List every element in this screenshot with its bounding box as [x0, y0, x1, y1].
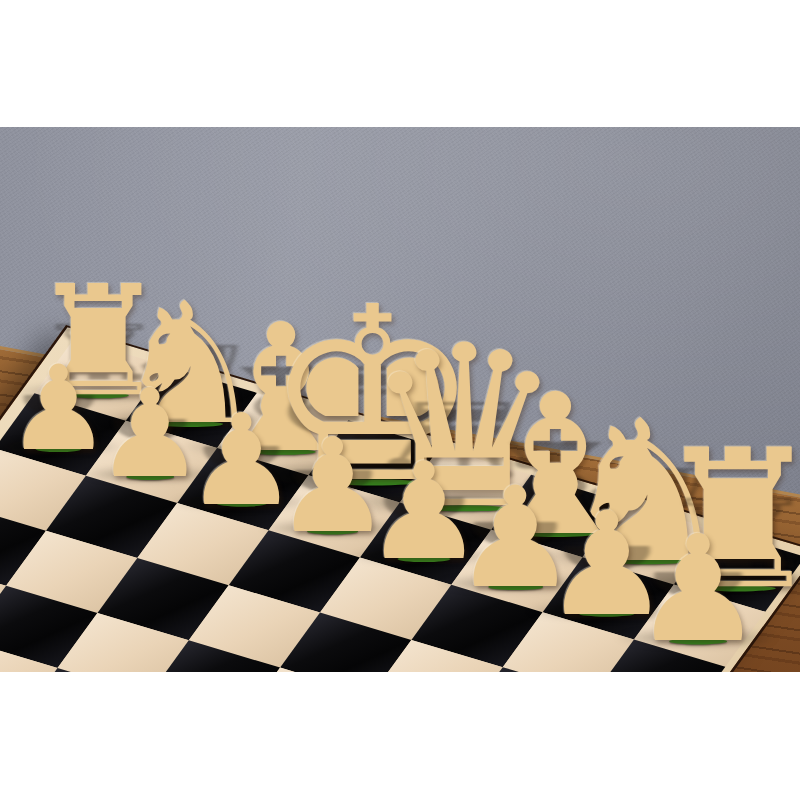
- bottom-white-margin: [0, 672, 800, 800]
- page: { "game": "chess", "position": { "fen": …: [0, 0, 800, 800]
- chess-set-photograph: ♜♜♞♞♝♝♚♚♛♛♝♝♞♞♜♜♟♟♟♟♟♟♟♟♟♟♟♟♟♟♟♟: [0, 127, 800, 672]
- top-white-margin: [0, 0, 800, 127]
